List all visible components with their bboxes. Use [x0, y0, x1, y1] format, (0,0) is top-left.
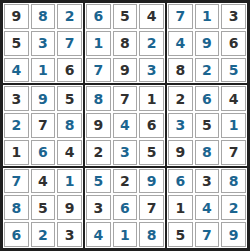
cell-r8c7[interactable]: 1: [168, 195, 193, 220]
cell-r3c4[interactable]: 7: [86, 58, 111, 83]
cell-r6c4[interactable]: 2: [86, 140, 111, 165]
box-2: 654182793: [84, 2, 166, 84]
cell-r4c4[interactable]: 8: [86, 86, 111, 111]
cell-r5c3[interactable]: 8: [57, 113, 82, 138]
cell-r7c3[interactable]: 1: [57, 169, 82, 194]
cell-r2c3[interactable]: 7: [57, 31, 82, 56]
cell-r2c8[interactable]: 9: [195, 31, 220, 56]
cell-r6c1[interactable]: 1: [4, 140, 29, 165]
cell-r6c2[interactable]: 6: [31, 140, 56, 165]
cell-r1c2[interactable]: 8: [31, 4, 56, 29]
cell-r3c2[interactable]: 1: [31, 58, 56, 83]
cell-r9c6[interactable]: 8: [139, 222, 164, 247]
cell-r2c9[interactable]: 6: [221, 31, 246, 56]
cell-r1c4[interactable]: 6: [86, 4, 111, 29]
cell-r1c7[interactable]: 7: [168, 4, 193, 29]
cell-r6c7[interactable]: 9: [168, 140, 193, 165]
cell-r5c4[interactable]: 9: [86, 113, 111, 138]
cell-r9c9[interactable]: 9: [221, 222, 246, 247]
cell-r6c3[interactable]: 4: [57, 140, 82, 165]
cell-r8c8[interactable]: 4: [195, 195, 220, 220]
cell-r2c2[interactable]: 3: [31, 31, 56, 56]
cell-r5c8[interactable]: 5: [195, 113, 220, 138]
cell-r4c8[interactable]: 6: [195, 86, 220, 111]
cell-r9c8[interactable]: 7: [195, 222, 220, 247]
cell-r9c1[interactable]: 6: [4, 222, 29, 247]
cell-r3c6[interactable]: 3: [139, 58, 164, 83]
cell-r2c6[interactable]: 2: [139, 31, 164, 56]
cell-r7c7[interactable]: 6: [168, 169, 193, 194]
box-3: 713496825: [166, 2, 248, 84]
cell-r8c5[interactable]: 6: [113, 195, 138, 220]
cell-r9c2[interactable]: 2: [31, 222, 56, 247]
cell-r1c5[interactable]: 5: [113, 4, 138, 29]
cell-r8c6[interactable]: 7: [139, 195, 164, 220]
cell-r6c8[interactable]: 8: [195, 140, 220, 165]
cell-r9c3[interactable]: 3: [57, 222, 82, 247]
sudoku-board: 9825374166541827937134968253952781648719…: [0, 0, 250, 251]
cell-r2c4[interactable]: 1: [86, 31, 111, 56]
cell-r1c3[interactable]: 2: [57, 4, 82, 29]
box-1: 982537416: [2, 2, 84, 84]
box-5: 871946235: [84, 84, 166, 166]
box-9: 638142579: [166, 167, 248, 249]
cell-r1c6[interactable]: 4: [139, 4, 164, 29]
cell-r7c9[interactable]: 8: [221, 169, 246, 194]
cell-r8c4[interactable]: 3: [86, 195, 111, 220]
cell-r3c8[interactable]: 2: [195, 58, 220, 83]
cell-r7c1[interactable]: 7: [4, 169, 29, 194]
cell-r3c7[interactable]: 8: [168, 58, 193, 83]
box-8: 529367418: [84, 167, 166, 249]
box-4: 395278164: [2, 84, 84, 166]
cell-r4c1[interactable]: 3: [4, 86, 29, 111]
cell-r9c5[interactable]: 1: [113, 222, 138, 247]
cell-r7c5[interactable]: 2: [113, 169, 138, 194]
cell-r8c2[interactable]: 5: [31, 195, 56, 220]
cell-r4c6[interactable]: 1: [139, 86, 164, 111]
cell-r3c3[interactable]: 6: [57, 58, 82, 83]
cell-r8c3[interactable]: 9: [57, 195, 82, 220]
cell-r4c5[interactable]: 7: [113, 86, 138, 111]
cell-r7c8[interactable]: 3: [195, 169, 220, 194]
cell-r8c9[interactable]: 2: [221, 195, 246, 220]
box-7: 741859623: [2, 167, 84, 249]
cell-r9c4[interactable]: 4: [86, 222, 111, 247]
cell-r2c5[interactable]: 8: [113, 31, 138, 56]
cell-r2c1[interactable]: 5: [4, 31, 29, 56]
cell-r6c6[interactable]: 5: [139, 140, 164, 165]
cell-r5c5[interactable]: 4: [113, 113, 138, 138]
cell-r1c9[interactable]: 3: [221, 4, 246, 29]
cell-r7c6[interactable]: 9: [139, 169, 164, 194]
cell-r5c1[interactable]: 2: [4, 113, 29, 138]
cell-r3c1[interactable]: 4: [4, 58, 29, 83]
cell-r8c1[interactable]: 8: [4, 195, 29, 220]
cell-r5c9[interactable]: 1: [221, 113, 246, 138]
cell-r4c7[interactable]: 2: [168, 86, 193, 111]
cell-r4c3[interactable]: 5: [57, 86, 82, 111]
cell-r2c7[interactable]: 4: [168, 31, 193, 56]
cell-r4c2[interactable]: 9: [31, 86, 56, 111]
cell-r6c9[interactable]: 7: [221, 140, 246, 165]
cell-r9c7[interactable]: 5: [168, 222, 193, 247]
cell-r5c2[interactable]: 7: [31, 113, 56, 138]
cell-r7c4[interactable]: 5: [86, 169, 111, 194]
cell-r6c5[interactable]: 3: [113, 140, 138, 165]
cell-r3c5[interactable]: 9: [113, 58, 138, 83]
cell-r1c1[interactable]: 9: [4, 4, 29, 29]
cell-r5c7[interactable]: 3: [168, 113, 193, 138]
box-6: 264351987: [166, 84, 248, 166]
cell-r7c2[interactable]: 4: [31, 169, 56, 194]
cell-r5c6[interactable]: 6: [139, 113, 164, 138]
cell-r1c8[interactable]: 1: [195, 4, 220, 29]
cell-r3c9[interactable]: 5: [221, 58, 246, 83]
cell-r4c9[interactable]: 4: [221, 86, 246, 111]
